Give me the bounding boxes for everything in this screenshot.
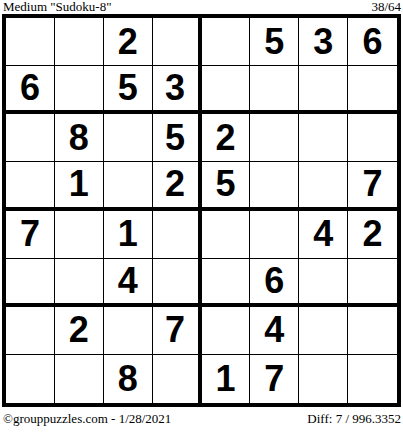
cell-r8c5-given-1[interactable]: 1 <box>202 355 251 403</box>
cell-r8c6-given-7[interactable]: 7 <box>250 355 299 403</box>
cell-r5c2-empty[interactable] <box>55 211 104 259</box>
cell-r2c4-given-3[interactable]: 3 <box>153 66 202 114</box>
footer: ©grouppuzzles.com - 1/28/2021 Diff: 7 / … <box>3 412 401 426</box>
cell-r5c1-given-7[interactable]: 7 <box>6 211 55 259</box>
cell-r3c3-empty[interactable] <box>104 114 153 162</box>
cell-r8c7-empty[interactable] <box>299 355 348 403</box>
cell-r6c5-empty[interactable] <box>202 259 251 307</box>
cell-r2c2-empty[interactable] <box>55 66 104 114</box>
cell-r3c1-empty[interactable] <box>6 114 55 162</box>
cell-r6c3-given-4[interactable]: 4 <box>104 259 153 307</box>
cell-r6c1-empty[interactable] <box>6 259 55 307</box>
cell-r4c8-given-7[interactable]: 7 <box>348 162 397 210</box>
cell-r3c6-empty[interactable] <box>250 114 299 162</box>
cell-r6c8-empty[interactable] <box>348 259 397 307</box>
copyright-text: ©grouppuzzles.com - 1/28/2021 <box>3 412 171 426</box>
cell-r5c4-empty[interactable] <box>153 211 202 259</box>
cell-r7c6-given-4[interactable]: 4 <box>250 307 299 355</box>
cell-r6c7-empty[interactable] <box>299 259 348 307</box>
sudoku-board: 25366538521257714246274817 <box>2 14 401 407</box>
cell-r1c5-empty[interactable] <box>202 18 251 66</box>
cell-r4c3-empty[interactable] <box>104 162 153 210</box>
cell-r7c8-empty[interactable] <box>348 307 397 355</box>
cell-r5c7-given-4[interactable]: 4 <box>299 211 348 259</box>
cell-r1c1-empty[interactable] <box>6 18 55 66</box>
cell-r4c1-empty[interactable] <box>6 162 55 210</box>
cell-r6c6-given-6[interactable]: 6 <box>250 259 299 307</box>
cell-r3c7-empty[interactable] <box>299 114 348 162</box>
cell-r2c3-given-5[interactable]: 5 <box>104 66 153 114</box>
cell-r7c4-given-7[interactable]: 7 <box>153 307 202 355</box>
cell-r2c1-given-6[interactable]: 6 <box>6 66 55 114</box>
puzzle-title: Medium "Sudoku-8" <box>3 0 111 13</box>
cell-r2c7-empty[interactable] <box>299 66 348 114</box>
cell-r4c6-empty[interactable] <box>250 162 299 210</box>
cell-r7c5-empty[interactable] <box>202 307 251 355</box>
difficulty-text: Diff: 7 / 996.3352 <box>307 412 401 426</box>
cell-r1c8-given-6[interactable]: 6 <box>348 18 397 66</box>
cell-r5c3-given-1[interactable]: 1 <box>104 211 153 259</box>
cell-r7c1-empty[interactable] <box>6 307 55 355</box>
cell-r7c7-empty[interactable] <box>299 307 348 355</box>
cell-r3c2-given-8[interactable]: 8 <box>55 114 104 162</box>
cell-r6c2-empty[interactable] <box>55 259 104 307</box>
cell-r8c8-empty[interactable] <box>348 355 397 403</box>
cell-r7c3-empty[interactable] <box>104 307 153 355</box>
cell-r3c5-given-2[interactable]: 2 <box>202 114 251 162</box>
cell-r6c4-empty[interactable] <box>153 259 202 307</box>
cell-r8c2-empty[interactable] <box>55 355 104 403</box>
cell-r5c6-empty[interactable] <box>250 211 299 259</box>
cell-r3c4-given-5[interactable]: 5 <box>153 114 202 162</box>
cell-r5c5-empty[interactable] <box>202 211 251 259</box>
cell-r1c3-given-2[interactable]: 2 <box>104 18 153 66</box>
cell-r1c7-given-3[interactable]: 3 <box>299 18 348 66</box>
cell-r2c6-empty[interactable] <box>250 66 299 114</box>
cell-r4c2-given-1[interactable]: 1 <box>55 162 104 210</box>
cell-r4c4-given-2[interactable]: 2 <box>153 162 202 210</box>
cell-r5c8-given-2[interactable]: 2 <box>348 211 397 259</box>
cell-r1c2-empty[interactable] <box>55 18 104 66</box>
cell-r2c8-empty[interactable] <box>348 66 397 114</box>
cell-r1c6-given-5[interactable]: 5 <box>250 18 299 66</box>
cell-r4c5-given-5[interactable]: 5 <box>202 162 251 210</box>
cell-r7c2-given-2[interactable]: 2 <box>55 307 104 355</box>
cell-r8c3-given-8[interactable]: 8 <box>104 355 153 403</box>
cell-r2c5-empty[interactable] <box>202 66 251 114</box>
cell-r8c1-empty[interactable] <box>6 355 55 403</box>
cell-r8c4-empty[interactable] <box>153 355 202 403</box>
cell-r1c4-empty[interactable] <box>153 18 202 66</box>
header: Medium "Sudoku-8" 38/64 <box>3 0 401 14</box>
empty-cell-counter: 38/64 <box>371 0 401 13</box>
cell-r3c8-empty[interactable] <box>348 114 397 162</box>
puzzle-page: Medium "Sudoku-8" 38/64 2536653852125771… <box>0 0 403 437</box>
cell-r4c7-empty[interactable] <box>299 162 348 210</box>
